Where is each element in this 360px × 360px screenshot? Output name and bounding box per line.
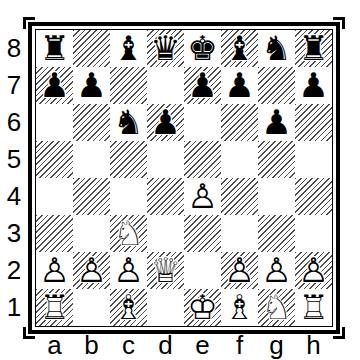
black-pawn-piece: ♟ [221,67,258,104]
square-b2[interactable]: ♟♙ [73,252,110,289]
square-a1[interactable]: ♜♖ [36,289,73,326]
square-h1[interactable]: ♜♖ [295,289,332,326]
square-g5[interactable] [258,141,295,178]
black-queen-piece: ♛ [147,30,184,67]
white-pawn-piece: ♙ [36,252,73,289]
black-bishop-piece: ♝ [110,30,147,67]
square-b7[interactable]: ♟ [73,67,110,104]
square-b6[interactable] [73,104,110,141]
frame-corner-bottom-left [23,327,35,339]
file-label-h: h [295,332,332,359]
square-c6[interactable]: ♞ [110,104,147,141]
black-pawn-piece: ♟ [184,67,221,104]
rank-label-8: 8 [2,30,26,67]
white-bishop-piece: ♗ [110,289,147,326]
square-h7[interactable]: ♟ [295,67,332,104]
square-a2[interactable]: ♟♙ [36,252,73,289]
board-grid: ♜♝♛♚♝♞♜♟♟♟♟♟♞♟♟♟♙♞♘♟♙♟♙♟♙♛♕♟♙♟♙♟♙♜♖♝♗♚♔♝… [36,30,332,326]
white-pawn-piece: ♙ [110,252,147,289]
frame-corner-top-left [23,17,35,29]
white-king-piece: ♔ [184,289,221,326]
file-label-e: e [184,332,221,359]
square-g6[interactable]: ♟ [258,104,295,141]
square-d2[interactable]: ♛♕ [147,252,184,289]
square-a5[interactable] [36,141,73,178]
rank-label-5: 5 [2,141,26,178]
square-h4[interactable] [295,178,332,215]
square-e5[interactable] [184,141,221,178]
rank-label-1: 1 [2,289,26,326]
square-b1[interactable] [73,289,110,326]
square-e6[interactable] [184,104,221,141]
white-pawn-piece: ♙ [73,252,110,289]
square-b3[interactable] [73,215,110,252]
square-f4[interactable] [221,178,258,215]
rank-label-2: 2 [2,252,26,289]
black-bishop-piece: ♝ [221,30,258,67]
rank-label-3: 3 [2,215,26,252]
file-label-d: d [147,332,184,359]
rank-label-4: 4 [2,178,26,215]
square-b8[interactable] [73,30,110,67]
white-bishop-piece: ♗ [221,289,258,326]
white-knight-piece: ♘ [110,215,147,252]
square-c8[interactable]: ♝ [110,30,147,67]
white-knight-piece: ♘ [258,289,295,326]
black-knight-piece: ♞ [110,104,147,141]
file-label-b: b [73,332,110,359]
square-d4[interactable] [147,178,184,215]
black-rook-piece: ♜ [36,30,73,67]
square-h2[interactable]: ♟♙ [295,252,332,289]
white-pawn-piece: ♙ [221,252,258,289]
board-frame: ♜♝♛♚♝♞♜♟♟♟♟♟♞♟♟♟♙♞♘♟♙♟♙♟♙♛♕♟♙♟♙♟♙♜♖♝♗♚♔♝… [28,22,340,334]
square-e2[interactable] [184,252,221,289]
square-a7[interactable]: ♟ [36,67,73,104]
square-g3[interactable] [258,215,295,252]
square-f8[interactable]: ♝ [221,30,258,67]
square-b4[interactable] [73,178,110,215]
square-h8[interactable]: ♜ [295,30,332,67]
black-king-piece: ♚ [184,30,221,67]
white-pawn-piece: ♙ [184,178,221,215]
chess-diagram: 87654321 ♜♝♛♚♝♞♜♟♟♟♟♟♞♟♟♟♙♞♘♟♙♟♙♟♙♛♕♟♙♟♙… [0,0,360,360]
square-g4[interactable] [258,178,295,215]
square-d1[interactable] [147,289,184,326]
white-queen-piece: ♕ [147,252,184,289]
white-pawn-piece: ♙ [295,252,332,289]
file-label-c: c [110,332,147,359]
square-h3[interactable] [295,215,332,252]
square-e3[interactable] [184,215,221,252]
black-pawn-piece: ♟ [147,104,184,141]
rank-labels: 87654321 [2,30,26,326]
square-f6[interactable] [221,104,258,141]
square-g1[interactable]: ♞♘ [258,289,295,326]
board-inner-frame: ♜♝♛♚♝♞♜♟♟♟♟♟♞♟♟♟♙♞♘♟♙♟♙♟♙♛♕♟♙♟♙♟♙♜♖♝♗♚♔♝… [35,29,333,327]
square-b5[interactable] [73,141,110,178]
square-d8[interactable]: ♛ [147,30,184,67]
square-g7[interactable] [258,67,295,104]
square-g8[interactable]: ♞ [258,30,295,67]
black-knight-piece: ♞ [258,30,295,67]
file-label-a: a [36,332,73,359]
white-rook-piece: ♖ [295,289,332,326]
square-e1[interactable]: ♚♔ [184,289,221,326]
black-pawn-piece: ♟ [36,67,73,104]
square-c3[interactable]: ♞♘ [110,215,147,252]
square-c4[interactable] [110,178,147,215]
square-a8[interactable]: ♜ [36,30,73,67]
square-a4[interactable] [36,178,73,215]
square-f3[interactable] [221,215,258,252]
file-label-f: f [221,332,258,359]
file-label-g: g [258,332,295,359]
frame-corner-top-right [333,17,345,29]
black-pawn-piece: ♟ [73,67,110,104]
square-f7[interactable]: ♟ [221,67,258,104]
white-pawn-piece: ♙ [258,252,295,289]
rank-label-6: 6 [2,104,26,141]
square-h5[interactable] [295,141,332,178]
black-pawn-piece: ♟ [295,67,332,104]
rank-label-7: 7 [2,67,26,104]
frame-corner-bottom-right [333,327,345,339]
square-c2[interactable]: ♟♙ [110,252,147,289]
square-f2[interactable]: ♟♙ [221,252,258,289]
square-c1[interactable]: ♝♗ [110,289,147,326]
square-f1[interactable]: ♝♗ [221,289,258,326]
file-labels: abcdefgh [36,332,332,359]
black-pawn-piece: ♟ [258,104,295,141]
square-d3[interactable] [147,215,184,252]
square-g2[interactable]: ♟♙ [258,252,295,289]
black-rook-piece: ♜ [295,30,332,67]
square-a6[interactable] [36,104,73,141]
square-f5[interactable] [221,141,258,178]
square-c7[interactable] [110,67,147,104]
square-a3[interactable] [36,215,73,252]
square-d5[interactable] [147,141,184,178]
white-rook-piece: ♖ [36,289,73,326]
square-e7[interactable]: ♟ [184,67,221,104]
square-c5[interactable] [110,141,147,178]
square-d6[interactable]: ♟ [147,104,184,141]
square-e4[interactable]: ♟♙ [184,178,221,215]
square-d7[interactable] [147,67,184,104]
square-h6[interactable] [295,104,332,141]
square-e8[interactable]: ♚ [184,30,221,67]
